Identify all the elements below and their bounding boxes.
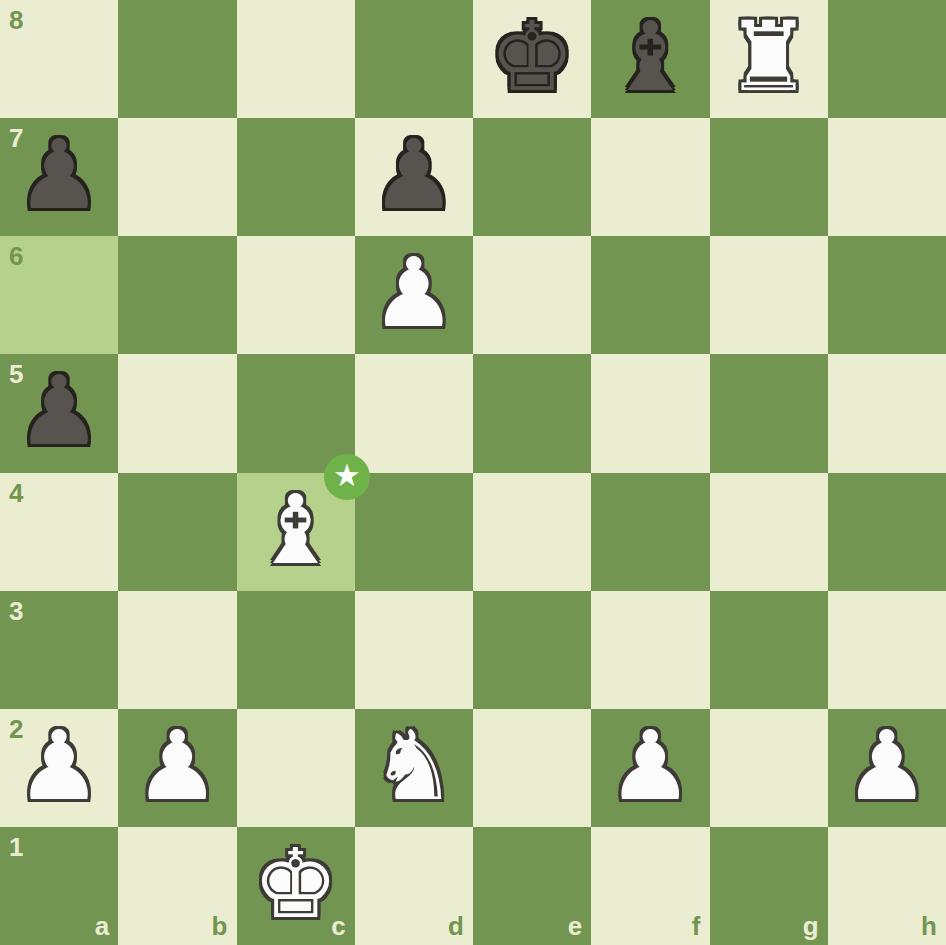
square-f6[interactable] [591, 236, 709, 354]
piece-black-pawn[interactable]: ♟ [16, 127, 102, 223]
square-g8[interactable]: ♜ [710, 0, 828, 118]
square-f3[interactable] [591, 591, 709, 709]
square-c7[interactable] [237, 118, 355, 236]
square-g1[interactable]: g [710, 827, 828, 945]
square-g7[interactable] [710, 118, 828, 236]
square-d5[interactable] [355, 354, 473, 472]
piece-white-pawn[interactable]: ♟ [134, 718, 220, 814]
piece-white-bishop[interactable]: ♝ [253, 482, 339, 578]
square-d7[interactable]: ♟ [355, 118, 473, 236]
square-d1[interactable]: d [355, 827, 473, 945]
square-h1[interactable]: h [828, 827, 946, 945]
piece-white-pawn[interactable]: ♟ [371, 245, 457, 341]
square-b2[interactable]: ♟ [118, 709, 236, 827]
square-c2[interactable] [237, 709, 355, 827]
square-e8[interactable]: ♚ [473, 0, 591, 118]
square-a6[interactable]: 6 [0, 236, 118, 354]
square-g3[interactable] [710, 591, 828, 709]
square-b6[interactable] [118, 236, 236, 354]
square-h4[interactable] [828, 473, 946, 591]
square-h6[interactable] [828, 236, 946, 354]
square-b5[interactable] [118, 354, 236, 472]
piece-white-knight[interactable]: ♞ [371, 718, 457, 814]
file-label-h: h [921, 913, 937, 939]
square-d8[interactable] [355, 0, 473, 118]
square-e4[interactable] [473, 473, 591, 591]
rank-label-6: 6 [9, 243, 23, 269]
piece-black-pawn[interactable]: ♟ [371, 127, 457, 223]
square-a5[interactable]: 5♟ [0, 354, 118, 472]
square-d4[interactable] [355, 473, 473, 591]
piece-white-pawn[interactable]: ♟ [16, 718, 102, 814]
star-icon: ★ [333, 460, 361, 491]
square-a1[interactable]: 1a [0, 827, 118, 945]
square-g5[interactable] [710, 354, 828, 472]
square-d6[interactable]: ♟ [355, 236, 473, 354]
square-b3[interactable] [118, 591, 236, 709]
square-d3[interactable] [355, 591, 473, 709]
piece-white-pawn[interactable]: ♟ [607, 718, 693, 814]
square-a2[interactable]: 2♟ [0, 709, 118, 827]
square-f2[interactable]: ♟ [591, 709, 709, 827]
square-b8[interactable] [118, 0, 236, 118]
square-e6[interactable] [473, 236, 591, 354]
square-f8[interactable]: ♝ [591, 0, 709, 118]
square-a8[interactable]: 8 [0, 0, 118, 118]
file-label-f: f [692, 913, 701, 939]
chess-board: ★ 8♚♝♜7♟♟6♟5♟4♝32♟♟♞♟♟1abc♚defgh [0, 0, 946, 945]
square-h8[interactable] [828, 0, 946, 118]
square-c3[interactable] [237, 591, 355, 709]
piece-black-bishop[interactable]: ♝ [607, 9, 693, 105]
square-c5[interactable] [237, 354, 355, 472]
square-h2[interactable]: ♟ [828, 709, 946, 827]
square-e1[interactable]: e [473, 827, 591, 945]
square-f7[interactable] [591, 118, 709, 236]
square-c1[interactable]: c♚ [237, 827, 355, 945]
square-g6[interactable] [710, 236, 828, 354]
square-e7[interactable] [473, 118, 591, 236]
square-a3[interactable]: 3 [0, 591, 118, 709]
piece-black-pawn[interactable]: ♟ [16, 363, 102, 459]
piece-white-king[interactable]: ♚ [253, 836, 339, 932]
rank-label-1: 1 [9, 834, 23, 860]
square-f1[interactable]: f [591, 827, 709, 945]
rank-label-4: 4 [9, 480, 23, 506]
square-h5[interactable] [828, 354, 946, 472]
square-b7[interactable] [118, 118, 236, 236]
piece-white-rook[interactable]: ♜ [726, 9, 812, 105]
square-e3[interactable] [473, 591, 591, 709]
file-label-e: e [568, 913, 582, 939]
square-a4[interactable]: 4 [0, 473, 118, 591]
square-b4[interactable] [118, 473, 236, 591]
square-e5[interactable] [473, 354, 591, 472]
square-g2[interactable] [710, 709, 828, 827]
file-label-g: g [803, 913, 819, 939]
square-a7[interactable]: 7♟ [0, 118, 118, 236]
square-e2[interactable] [473, 709, 591, 827]
square-b1[interactable]: b [118, 827, 236, 945]
square-d2[interactable]: ♞ [355, 709, 473, 827]
file-label-a: a [95, 913, 109, 939]
square-c8[interactable] [237, 0, 355, 118]
square-f4[interactable] [591, 473, 709, 591]
square-c6[interactable] [237, 236, 355, 354]
file-label-b: b [212, 913, 228, 939]
hint-star-badge: ★ [324, 454, 370, 500]
rank-label-8: 8 [9, 7, 23, 33]
square-h3[interactable] [828, 591, 946, 709]
rank-label-3: 3 [9, 598, 23, 624]
piece-black-king[interactable]: ♚ [489, 9, 575, 105]
piece-white-pawn[interactable]: ♟ [844, 718, 930, 814]
square-g4[interactable] [710, 473, 828, 591]
square-h7[interactable] [828, 118, 946, 236]
square-f5[interactable] [591, 354, 709, 472]
file-label-d: d [448, 913, 464, 939]
